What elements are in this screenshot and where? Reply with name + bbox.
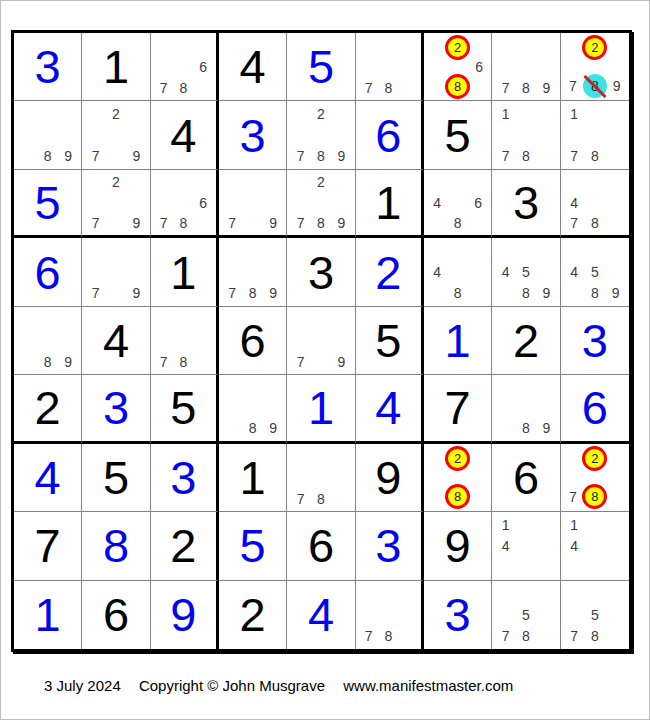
cell-r7c8[interactable]: 6 bbox=[492, 444, 560, 512]
cell-r1c2[interactable]: 1 bbox=[82, 33, 150, 101]
candidate-digit: 5 bbox=[584, 261, 605, 282]
given-digit: 7 bbox=[445, 384, 471, 431]
candidate-digit: 9 bbox=[126, 146, 146, 167]
candidate-digit: 2 bbox=[106, 172, 126, 192]
candidate-digit: 9 bbox=[126, 283, 146, 304]
cell-r1c5[interactable]: 5 bbox=[287, 33, 355, 101]
candidate-digit: 9 bbox=[263, 418, 283, 438]
given-digit: 1 bbox=[170, 249, 196, 296]
cell-r5c2[interactable]: 4 bbox=[82, 307, 150, 375]
cell-r2c6[interactable]: 6 bbox=[356, 101, 424, 169]
candidate-digit: 6 bbox=[193, 56, 213, 77]
solved-digit: 4 bbox=[375, 384, 401, 431]
cell-r9c4[interactable]: 2 bbox=[219, 581, 287, 649]
given-digit: 2 bbox=[513, 317, 539, 364]
given-digit: 4 bbox=[240, 43, 266, 90]
sudoku-board: 3167845782687892789892794327896517817852… bbox=[11, 30, 632, 652]
candidate-digit: 4 bbox=[564, 192, 585, 212]
solved-digit: 4 bbox=[35, 454, 61, 501]
candidate-grid: 4589 bbox=[495, 240, 556, 303]
candidate-grid: 178 bbox=[495, 103, 556, 166]
solved-digit: 5 bbox=[308, 43, 334, 90]
given-digit: 2 bbox=[240, 591, 266, 638]
candidate-digit: 4 bbox=[564, 261, 585, 282]
cell-r6c5[interactable]: 1 bbox=[287, 375, 355, 443]
candidate-grid: 79 bbox=[85, 240, 146, 303]
cell-r4c5[interactable]: 3 bbox=[287, 238, 355, 306]
candidate-digit: 8 bbox=[516, 146, 536, 167]
candidate-grid: 279 bbox=[85, 172, 146, 233]
cell-r8c1[interactable]: 7 bbox=[14, 512, 82, 580]
candidate-digit: 8 bbox=[378, 77, 398, 98]
cell-r6c7[interactable]: 7 bbox=[424, 375, 492, 443]
cell-r9c6[interactable]: 78 bbox=[356, 581, 424, 649]
cell-r2c2[interactable]: 279 bbox=[82, 101, 150, 169]
candidate-digit: 8 bbox=[516, 418, 536, 438]
candidate-digit: 8 bbox=[584, 213, 605, 233]
cell-r5c9[interactable]: 3 bbox=[561, 307, 629, 375]
solved-digit: 1 bbox=[445, 317, 471, 364]
given-digit: 6 bbox=[308, 522, 334, 569]
given-digit: 9 bbox=[375, 454, 401, 501]
solved-digit: 3 bbox=[445, 591, 471, 638]
candidate-digit: 8 bbox=[516, 283, 536, 304]
candidate-grid: 78 bbox=[359, 583, 418, 647]
given-digit: 6 bbox=[513, 454, 539, 501]
cell-r8c5[interactable]: 6 bbox=[287, 512, 355, 580]
cell-r6c3[interactable]: 5 bbox=[151, 375, 219, 443]
cell-r9c1[interactable]: 1 bbox=[14, 581, 82, 649]
candidate-digit: 8 bbox=[447, 213, 467, 233]
candidate-digit: 7 bbox=[85, 146, 105, 167]
cell-r8c9[interactable]: 14 bbox=[561, 512, 629, 580]
candidate-digit: 7 bbox=[290, 351, 310, 372]
candidate-grid: 78 bbox=[290, 446, 351, 509]
candidate-digit: 9 bbox=[58, 146, 78, 167]
given-digit: 6 bbox=[240, 317, 266, 364]
cell-r4c3[interactable]: 1 bbox=[151, 238, 219, 306]
candidate-digit: 4 bbox=[564, 535, 585, 556]
solved-digit: 1 bbox=[35, 591, 61, 638]
candidate-digit: 1 bbox=[495, 514, 515, 535]
candidate-digit: 7 bbox=[359, 77, 379, 98]
candidate-digit: 9 bbox=[263, 213, 283, 233]
candidate-digit: 9 bbox=[58, 351, 78, 372]
cell-r7c6[interactable]: 9 bbox=[356, 444, 424, 512]
cell-r2c7[interactable]: 5 bbox=[424, 101, 492, 169]
candidate-digit: 7 bbox=[290, 146, 310, 167]
candidate-digit: 8 bbox=[37, 146, 57, 167]
candidate-grid: 578 bbox=[495, 583, 556, 647]
candidate-digit: 9 bbox=[605, 283, 626, 304]
cell-r5c5[interactable]: 79 bbox=[287, 307, 355, 375]
candidate-digit: 9 bbox=[536, 77, 556, 98]
given-digit: 7 bbox=[35, 522, 61, 569]
cell-r3c8[interactable]: 3 bbox=[492, 170, 560, 238]
candidate-digit: 7 bbox=[564, 74, 583, 98]
cell-r1c4[interactable]: 4 bbox=[219, 33, 287, 101]
candidate-digit: 9 bbox=[263, 283, 283, 304]
footer-copyright: Copyright © John Musgrave bbox=[139, 677, 325, 694]
footer-website-link[interactable]: www.manifestmaster.com bbox=[343, 677, 513, 694]
solved-digit: 3 bbox=[240, 112, 266, 159]
solved-digit: 3 bbox=[35, 43, 61, 90]
solved-digit: 3 bbox=[103, 384, 129, 431]
solved-digit: 4 bbox=[308, 591, 334, 638]
cell-r2c4[interactable]: 3 bbox=[219, 101, 287, 169]
candidate-digit: 9 bbox=[536, 283, 556, 304]
candidate-digit: 7 bbox=[290, 488, 310, 509]
cell-r8c3[interactable]: 2 bbox=[151, 512, 219, 580]
cell-r1c9[interactable]: 2789 bbox=[561, 33, 629, 101]
cell-r3c4[interactable]: 79 bbox=[219, 170, 287, 238]
cell-r6c2[interactable]: 3 bbox=[82, 375, 150, 443]
candidate-digit: 5 bbox=[584, 604, 605, 625]
candidate-grid: 4589 bbox=[564, 240, 626, 303]
given-digit: 3 bbox=[513, 179, 539, 226]
cell-r5c7[interactable]: 1 bbox=[424, 307, 492, 375]
candidate-digit: 9 bbox=[331, 213, 351, 233]
candidate-digit: 8 bbox=[242, 418, 262, 438]
cell-r5c4[interactable]: 6 bbox=[219, 307, 287, 375]
given-digit: 6 bbox=[103, 591, 129, 638]
candidate-digit: 7 bbox=[564, 484, 583, 509]
cell-r1c6[interactable]: 78 bbox=[356, 33, 424, 101]
given-digit: 1 bbox=[240, 454, 266, 501]
candidate-grid: 678 bbox=[154, 172, 213, 233]
cell-r8c8[interactable]: 14 bbox=[492, 512, 560, 580]
solved-digit: 5 bbox=[35, 179, 61, 226]
candidate-digit: 8 bbox=[37, 351, 57, 372]
candidate-digit: 7 bbox=[495, 146, 515, 167]
cell-r9c9[interactable]: 578 bbox=[561, 581, 629, 649]
cell-r2c8[interactable]: 178 bbox=[492, 101, 560, 169]
solved-digit: 6 bbox=[375, 112, 401, 159]
candidate-digit: 7 bbox=[495, 626, 515, 647]
candidate-digit: 9 bbox=[331, 146, 351, 167]
solved-digit: 6 bbox=[35, 249, 61, 296]
candidate-digit: 9 bbox=[126, 213, 146, 233]
candidate-digit: 8 bbox=[311, 146, 331, 167]
given-digit: 4 bbox=[170, 112, 196, 159]
candidate-digit: 4 bbox=[427, 192, 447, 212]
candidate-digit: 7 bbox=[495, 77, 515, 98]
candidate-digit: 5 bbox=[516, 261, 536, 282]
candidate-grid: 89 bbox=[17, 103, 78, 166]
cell-r3c1[interactable]: 5 bbox=[14, 170, 82, 238]
candidate-digit: 4 bbox=[427, 261, 447, 282]
candidate-digit: 7 bbox=[85, 283, 105, 304]
given-digit: 2 bbox=[170, 522, 196, 569]
candidate-grid: 678 bbox=[154, 35, 213, 98]
cell-r2c3[interactable]: 4 bbox=[151, 101, 219, 169]
candidate-grid: 14 bbox=[564, 514, 626, 577]
cell-r1c7[interactable]: 268 bbox=[424, 33, 492, 101]
candidate-digit: 8 bbox=[173, 213, 193, 233]
candidate-digit: 7 bbox=[222, 213, 242, 233]
cell-r2c9[interactable]: 178 bbox=[561, 101, 629, 169]
cell-r8c4[interactable]: 5 bbox=[219, 512, 287, 580]
cell-r6c6[interactable]: 4 bbox=[356, 375, 424, 443]
candidate-grid: 278 bbox=[564, 446, 626, 509]
candidate-digit: 2 bbox=[311, 103, 331, 124]
solved-digit: 9 bbox=[170, 591, 196, 638]
given-digit: 5 bbox=[103, 454, 129, 501]
cell-r1c1[interactable]: 3 bbox=[14, 33, 82, 101]
candidate-highlight-circle: 2 bbox=[445, 35, 470, 60]
cell-r9c3[interactable]: 9 bbox=[151, 581, 219, 649]
candidate-grid: 89 bbox=[222, 377, 283, 438]
cell-r9c7[interactable]: 3 bbox=[424, 581, 492, 649]
candidate-digit: 9 bbox=[331, 351, 351, 372]
cell-r4c7[interactable]: 48 bbox=[424, 238, 492, 306]
cell-r6c4[interactable]: 89 bbox=[219, 375, 287, 443]
candidate-digit: 1 bbox=[564, 103, 585, 124]
candidate-grid: 789 bbox=[495, 35, 556, 98]
candidate-grid: 468 bbox=[427, 172, 488, 233]
cell-r8c2[interactable]: 8 bbox=[82, 512, 150, 580]
solved-digit: 3 bbox=[375, 522, 401, 569]
cell-r5c6[interactable]: 5 bbox=[356, 307, 424, 375]
cell-r4c9[interactable]: 4589 bbox=[561, 238, 629, 306]
candidate-digit: 8 bbox=[584, 283, 605, 304]
cell-r7c5[interactable]: 78 bbox=[287, 444, 355, 512]
cell-r4c8[interactable]: 4589 bbox=[492, 238, 560, 306]
candidate-digit: 5 bbox=[516, 604, 536, 625]
candidate-digit: 8 bbox=[584, 626, 605, 647]
candidate-digit: 8 bbox=[447, 283, 467, 304]
candidate-digit: 7 bbox=[154, 351, 174, 372]
solved-digit: 2 bbox=[375, 249, 401, 296]
candidate-grid: 178 bbox=[564, 103, 626, 166]
given-digit: 5 bbox=[375, 317, 401, 364]
candidate-grid: 48 bbox=[427, 240, 488, 303]
cell-r3c9[interactable]: 478 bbox=[561, 170, 629, 238]
given-digit: 5 bbox=[170, 384, 196, 431]
given-digit: 1 bbox=[103, 43, 129, 90]
cell-r3c6[interactable]: 1 bbox=[356, 170, 424, 238]
candidate-digit: 8 bbox=[242, 283, 262, 304]
candidate-digit: 8 bbox=[378, 626, 398, 647]
cell-r4c2[interactable]: 79 bbox=[82, 238, 150, 306]
candidate-highlight-circle: 2 bbox=[582, 446, 607, 471]
cell-r7c1[interactable]: 4 bbox=[14, 444, 82, 512]
cell-r5c1[interactable]: 89 bbox=[14, 307, 82, 375]
cell-r9c2[interactable]: 6 bbox=[82, 581, 150, 649]
candidate-grid: 89 bbox=[495, 377, 556, 438]
candidate-digit: 4 bbox=[495, 535, 515, 556]
given-digit: 3 bbox=[308, 249, 334, 296]
candidate-digit: 8 bbox=[173, 77, 193, 98]
candidate-digit: 9 bbox=[607, 74, 626, 98]
cell-r7c4[interactable]: 1 bbox=[219, 444, 287, 512]
candidate-digit: 7 bbox=[154, 213, 174, 233]
given-digit: 9 bbox=[445, 522, 471, 569]
cell-r1c8[interactable]: 789 bbox=[492, 33, 560, 101]
candidate-digit: 9 bbox=[536, 418, 556, 438]
candidate-digit: 2 bbox=[106, 103, 126, 124]
candidate-grid: 79 bbox=[222, 172, 283, 233]
solved-digit: 3 bbox=[582, 317, 608, 364]
candidate-grid: 789 bbox=[222, 240, 283, 303]
cell-r7c9[interactable]: 278 bbox=[561, 444, 629, 512]
candidate-digit: 8 bbox=[311, 213, 331, 233]
candidate-digit: 8 bbox=[311, 488, 331, 509]
cell-r7c7[interactable]: 28 bbox=[424, 444, 492, 512]
candidate-digit: 7 bbox=[85, 213, 105, 233]
cell-r6c1[interactable]: 2 bbox=[14, 375, 82, 443]
cell-r7c2[interactable]: 5 bbox=[82, 444, 150, 512]
candidate-grid: 2789 bbox=[290, 172, 351, 233]
candidate-digit: 1 bbox=[495, 103, 515, 124]
candidate-grid: 78 bbox=[154, 309, 213, 372]
solved-digit: 8 bbox=[103, 522, 129, 569]
cell-r9c5[interactable]: 4 bbox=[287, 581, 355, 649]
candidate-digit: 1 bbox=[564, 514, 585, 535]
candidate-digit: 7 bbox=[290, 213, 310, 233]
cell-r8c6[interactable]: 3 bbox=[356, 512, 424, 580]
given-digit: 5 bbox=[445, 112, 471, 159]
solved-digit: 3 bbox=[170, 454, 196, 501]
candidate-eliminated-mark: 8 bbox=[583, 74, 607, 98]
cell-r7c3[interactable]: 3 bbox=[151, 444, 219, 512]
candidate-grid: 28 bbox=[427, 446, 488, 509]
cell-r3c2[interactable]: 279 bbox=[82, 170, 150, 238]
candidate-grid: 78 bbox=[359, 35, 418, 98]
candidate-grid: 2789 bbox=[290, 103, 351, 166]
candidate-grid: 268 bbox=[427, 35, 488, 98]
candidate-digit: 6 bbox=[470, 60, 488, 74]
sudoku-page: 3167845782687892789892794327896517817852… bbox=[0, 0, 650, 720]
candidate-highlight-circle: 8 bbox=[582, 484, 607, 509]
candidate-highlight-circle: 2 bbox=[445, 446, 470, 471]
candidate-grid: 279 bbox=[85, 103, 146, 166]
footer-date: 3 July 2024 bbox=[44, 677, 121, 694]
cell-r2c1[interactable]: 89 bbox=[14, 101, 82, 169]
cell-r3c5[interactable]: 2789 bbox=[287, 170, 355, 238]
solved-digit: 1 bbox=[308, 384, 334, 431]
candidate-digit: 8 bbox=[516, 626, 536, 647]
given-digit: 1 bbox=[375, 179, 401, 226]
candidate-grid: 89 bbox=[17, 309, 78, 372]
candidate-grid: 79 bbox=[290, 309, 351, 372]
solved-digit: 5 bbox=[240, 522, 266, 569]
cell-r3c3[interactable]: 678 bbox=[151, 170, 219, 238]
cell-r1c3[interactable]: 678 bbox=[151, 33, 219, 101]
cell-r9c8[interactable]: 578 bbox=[492, 581, 560, 649]
cell-r5c8[interactable]: 2 bbox=[492, 307, 560, 375]
candidate-highlight-circle: 8 bbox=[445, 484, 470, 509]
footer: 3 July 2024 Copyright © John Musgrave ww… bbox=[44, 677, 513, 694]
cell-r8c7[interactable]: 9 bbox=[424, 512, 492, 580]
candidate-grid: 14 bbox=[495, 514, 556, 577]
candidate-digit: 8 bbox=[584, 146, 605, 167]
candidate-highlight-circle: 2 bbox=[582, 35, 607, 60]
cell-r4c4[interactable]: 789 bbox=[219, 238, 287, 306]
candidate-digit: 7 bbox=[154, 77, 174, 98]
candidate-digit: 7 bbox=[564, 213, 585, 233]
candidate-digit: 2 bbox=[311, 172, 331, 192]
candidate-digit: 7 bbox=[222, 283, 242, 304]
candidate-grid: 578 bbox=[564, 583, 626, 647]
candidate-digit: 6 bbox=[193, 192, 213, 212]
candidate-grid: 478 bbox=[564, 172, 626, 233]
cell-r2c5[interactable]: 2789 bbox=[287, 101, 355, 169]
candidate-digit: 6 bbox=[468, 192, 488, 212]
cell-r3c7[interactable]: 468 bbox=[424, 170, 492, 238]
cell-r6c8[interactable]: 89 bbox=[492, 375, 560, 443]
candidate-digit: 7 bbox=[359, 626, 379, 647]
cell-r4c6[interactable]: 2 bbox=[356, 238, 424, 306]
given-digit: 4 bbox=[103, 317, 129, 364]
candidate-digit: 8 bbox=[516, 77, 536, 98]
cell-r6c9[interactable]: 6 bbox=[561, 375, 629, 443]
solved-digit: 6 bbox=[582, 384, 608, 431]
cell-r4c1[interactable]: 6 bbox=[14, 238, 82, 306]
candidate-digit: 8 bbox=[173, 351, 193, 372]
candidate-digit: 4 bbox=[495, 261, 515, 282]
candidate-digit: 7 bbox=[564, 626, 585, 647]
cell-r5c3[interactable]: 78 bbox=[151, 307, 219, 375]
given-digit: 2 bbox=[35, 384, 61, 431]
candidate-digit: 7 bbox=[564, 146, 585, 167]
candidate-grid: 2789 bbox=[564, 35, 626, 98]
candidate-highlight-circle: 8 bbox=[445, 74, 470, 99]
